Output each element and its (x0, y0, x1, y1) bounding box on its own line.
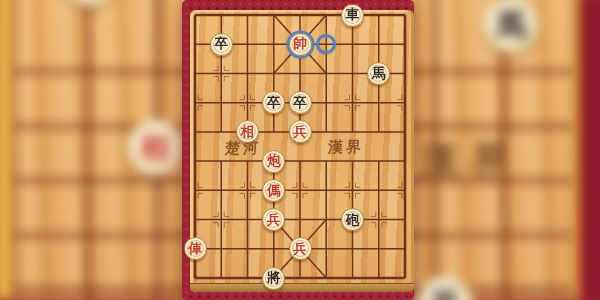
piece-red-cannon[interactable]: 炮 (262, 150, 285, 173)
board-grid[interactable]: 楚河 漢界 車卒帥馬卒卒相兵炮傌兵砲俥兵將 (195, 15, 405, 278)
river-label-han: 漢界 (327, 138, 364, 157)
background-frame-right (579, 0, 600, 300)
piece-red-chariot[interactable]: 俥 (184, 237, 207, 260)
piece-black-soldier[interactable]: 卒 (210, 33, 233, 56)
piece-black-chariot[interactable]: 車 (341, 4, 364, 27)
xiangqi-board: 楚河 漢界 車卒帥馬卒卒相兵炮傌兵砲俥兵將 (182, 0, 414, 300)
piece-black-soldier[interactable]: 卒 (289, 91, 312, 114)
piece-red-soldier[interactable]: 兵 (289, 237, 312, 260)
piece-black-general[interactable]: 將 (262, 267, 285, 290)
background-bevel-left (0, 0, 12, 300)
background-piece: 相 (127, 120, 184, 177)
background-river-text: 漢界 (420, 135, 521, 186)
game-screen: 漢界 馬相卒 楚河 漢界 車卒帥馬卒卒相兵炮傌兵砲俥兵將 (0, 0, 600, 300)
piece-black-cannon[interactable]: 砲 (341, 208, 364, 231)
piece-red-horse[interactable]: 傌 (262, 179, 285, 202)
piece-red-soldier[interactable]: 兵 (289, 120, 312, 143)
piece-red-general[interactable]: 帥 (289, 33, 312, 56)
